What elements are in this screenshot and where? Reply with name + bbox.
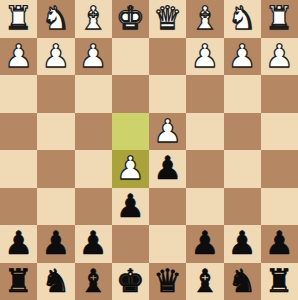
square-g2[interactable]: ♟ (37, 38, 74, 76)
black-knight-icon[interactable]: ♞ (228, 263, 257, 300)
white-pawn-icon[interactable]: ♟ (265, 38, 294, 75)
black-rook-icon[interactable]: ♜ (4, 263, 33, 300)
black-knight-icon[interactable]: ♞ (42, 263, 71, 300)
square-d2[interactable] (149, 38, 186, 76)
square-e7[interactable] (112, 225, 149, 263)
square-d6[interactable] (149, 188, 186, 226)
square-a6[interactable] (261, 188, 298, 226)
black-pawn-icon[interactable]: ♟ (42, 225, 71, 262)
square-c2[interactable]: ♟ (186, 38, 223, 76)
black-pawn-icon[interactable]: ♟ (79, 225, 108, 262)
square-d7[interactable] (149, 225, 186, 263)
square-f1[interactable]: ♝ (75, 0, 112, 38)
square-b4[interactable] (224, 113, 261, 151)
square-b7[interactable]: ♟ (224, 225, 261, 263)
white-king-icon[interactable]: ♚ (116, 0, 145, 37)
square-a4[interactable] (261, 113, 298, 151)
square-b2[interactable]: ♟ (224, 38, 261, 76)
square-c1[interactable]: ♝ (186, 0, 223, 38)
square-a2[interactable]: ♟ (261, 38, 298, 76)
white-pawn-icon[interactable]: ♟ (228, 38, 257, 75)
square-h2[interactable]: ♟ (0, 38, 37, 76)
black-bishop-icon[interactable]: ♝ (191, 263, 220, 300)
black-pawn-icon[interactable]: ♟ (265, 225, 294, 262)
white-bishop-icon[interactable]: ♝ (191, 0, 220, 37)
square-b6[interactable] (224, 188, 261, 226)
square-a1[interactable]: ♜ (261, 0, 298, 38)
square-f2[interactable]: ♟ (75, 38, 112, 76)
white-bishop-icon[interactable]: ♝ (79, 0, 108, 37)
black-queen-icon[interactable]: ♛ (153, 263, 182, 300)
chess-board: ♜♞♝♚♛♝♞♜♟♟♟♟♟♟♟♟♟♟♟♟♟♟♟♟♜♞♝♚♛♝♞♜ (0, 0, 298, 300)
white-rook-icon[interactable]: ♜ (265, 0, 294, 37)
black-pawn-icon[interactable]: ♟ (4, 225, 33, 262)
square-c7[interactable]: ♟ (186, 225, 223, 263)
square-h3[interactable] (0, 75, 37, 113)
square-d5[interactable]: ♟ (149, 150, 186, 188)
square-c4[interactable] (186, 113, 223, 151)
black-pawn-icon[interactable]: ♟ (116, 188, 145, 225)
square-h6[interactable] (0, 188, 37, 226)
black-king-icon[interactable]: ♚ (116, 263, 145, 300)
square-a7[interactable]: ♟ (261, 225, 298, 263)
white-knight-icon[interactable]: ♞ (42, 0, 71, 37)
white-pawn-icon[interactable]: ♟ (191, 38, 220, 75)
square-c3[interactable] (186, 75, 223, 113)
black-pawn-icon[interactable]: ♟ (228, 225, 257, 262)
square-h5[interactable] (0, 150, 37, 188)
square-f7[interactable]: ♟ (75, 225, 112, 263)
white-knight-icon[interactable]: ♞ (228, 0, 257, 37)
square-d4[interactable]: ♟ (149, 113, 186, 151)
square-f3[interactable] (75, 75, 112, 113)
black-pawn-icon[interactable]: ♟ (153, 150, 182, 187)
square-a3[interactable] (261, 75, 298, 113)
square-e1[interactable]: ♚ (112, 0, 149, 38)
square-c8[interactable]: ♝ (186, 263, 223, 300)
square-b1[interactable]: ♞ (224, 0, 261, 38)
square-g8[interactable]: ♞ (37, 263, 74, 300)
square-e3[interactable] (112, 75, 149, 113)
white-pawn-icon[interactable]: ♟ (4, 38, 33, 75)
square-a5[interactable] (261, 150, 298, 188)
square-c5[interactable] (186, 150, 223, 188)
square-b3[interactable] (224, 75, 261, 113)
square-d8[interactable]: ♛ (149, 263, 186, 300)
square-a8[interactable]: ♜ (261, 263, 298, 300)
white-pawn-icon[interactable]: ♟ (153, 113, 182, 150)
black-pawn-icon[interactable]: ♟ (191, 225, 220, 262)
square-b5[interactable] (224, 150, 261, 188)
black-bishop-icon[interactable]: ♝ (79, 263, 108, 300)
square-h8[interactable]: ♜ (0, 263, 37, 300)
white-pawn-icon[interactable]: ♟ (79, 38, 108, 75)
square-h4[interactable] (0, 113, 37, 151)
square-g6[interactable] (37, 188, 74, 226)
white-pawn-icon[interactable]: ♟ (116, 150, 145, 187)
square-e5[interactable]: ♟ (112, 150, 149, 188)
square-f4[interactable] (75, 113, 112, 151)
square-g7[interactable]: ♟ (37, 225, 74, 263)
square-e4[interactable] (112, 113, 149, 151)
square-h7[interactable]: ♟ (0, 225, 37, 263)
square-d3[interactable] (149, 75, 186, 113)
square-b8[interactable]: ♞ (224, 263, 261, 300)
square-d1[interactable]: ♛ (149, 0, 186, 38)
square-g5[interactable] (37, 150, 74, 188)
square-f5[interactable] (75, 150, 112, 188)
square-e2[interactable] (112, 38, 149, 76)
square-h1[interactable]: ♜ (0, 0, 37, 38)
black-rook-icon[interactable]: ♜ (265, 263, 294, 300)
square-f8[interactable]: ♝ (75, 263, 112, 300)
square-f6[interactable] (75, 188, 112, 226)
square-g3[interactable] (37, 75, 74, 113)
square-c6[interactable] (186, 188, 223, 226)
white-rook-icon[interactable]: ♜ (4, 0, 33, 37)
white-pawn-icon[interactable]: ♟ (42, 38, 71, 75)
white-queen-icon[interactable]: ♛ (153, 0, 182, 37)
square-e6[interactable]: ♟ (112, 188, 149, 226)
square-g4[interactable] (37, 113, 74, 151)
square-e8[interactable]: ♚ (112, 263, 149, 300)
square-g1[interactable]: ♞ (37, 0, 74, 38)
